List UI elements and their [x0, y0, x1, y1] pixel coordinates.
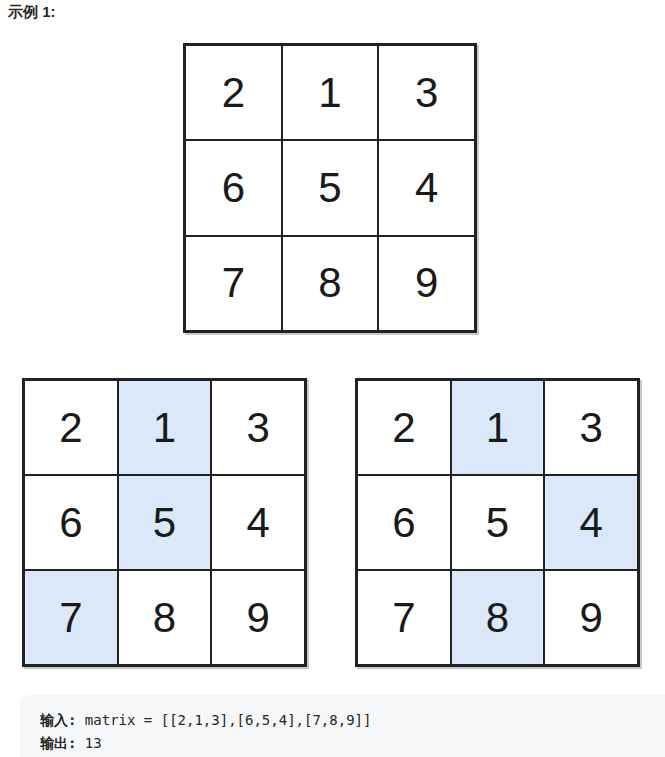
matrix-cell: 6: [185, 140, 282, 235]
input-line: 输入: matrix = [[2,1,3],[6,5,4],[7,8,9]]: [40, 709, 665, 732]
output-line: 输出: 13: [40, 732, 665, 755]
matrix-cell: 7: [357, 570, 451, 665]
example-section: 示例 1: 213654789 213654789 213654789 输入: …: [0, 0, 665, 757]
matrix-cell: 5: [451, 475, 545, 570]
matrix-cell: 4: [544, 475, 638, 570]
matrix-cell: 7: [185, 236, 282, 331]
output-value: 13: [76, 735, 101, 751]
matrix-cell: 9: [378, 236, 475, 331]
input-value: matrix = [[2,1,3],[6,5,4],[7,8,9]]: [76, 712, 371, 728]
matrix-cell: 8: [451, 570, 545, 665]
matrix-cell: 4: [211, 475, 305, 570]
matrix-cell: 6: [357, 475, 451, 570]
matrix-cell: 1: [451, 380, 545, 475]
matrix-grid-path-1-5-7: 213654789: [22, 378, 307, 667]
matrix-cell: 5: [118, 475, 212, 570]
matrix-cell: 2: [185, 45, 282, 140]
matrix-cell: 5: [282, 140, 379, 235]
matrix-cell: 1: [282, 45, 379, 140]
output-label: 输出:: [40, 735, 76, 751]
matrix-grid-plain: 213654789: [183, 43, 477, 333]
matrix-cell: 1: [118, 380, 212, 475]
matrix-cell: 2: [357, 380, 451, 475]
matrix-cell: 8: [282, 236, 379, 331]
matrix-cell: 3: [211, 380, 305, 475]
matrix-cell: 7: [24, 570, 118, 665]
matrix-cell: 3: [544, 380, 638, 475]
input-label: 输入:: [40, 712, 76, 728]
matrix-grid-path-1-4-8: 213654789: [355, 378, 640, 667]
matrix-cell: 4: [378, 140, 475, 235]
matrix-cell: 2: [24, 380, 118, 475]
matrix-cell: 3: [378, 45, 475, 140]
matrix-cell: 9: [211, 570, 305, 665]
matrix-cell: 6: [24, 475, 118, 570]
matrix-cell: 8: [118, 570, 212, 665]
matrix-cell: 9: [544, 570, 638, 665]
example-label: 示例 1:: [8, 3, 56, 22]
example-io-block: 输入: matrix = [[2,1,3],[6,5,4],[7,8,9]] 输…: [20, 695, 665, 757]
